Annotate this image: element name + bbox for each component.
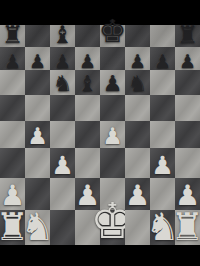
white-pawn[interactable]: ♟ — [51, 154, 73, 178]
square-e1[interactable]: ♚ — [100, 210, 125, 245]
square-e3[interactable] — [100, 148, 125, 178]
white-pawn[interactable]: ♟ — [102, 126, 123, 148]
square-d8[interactable] — [75, 25, 100, 47]
square-a4[interactable] — [0, 121, 25, 148]
black-bishop[interactable]: ♝ — [52, 24, 74, 47]
black-pawn[interactable]: ♟ — [54, 52, 71, 70]
square-c3[interactable]: ♟ — [50, 148, 75, 178]
square-b7[interactable]: ♟ — [25, 47, 50, 70]
square-a3[interactable] — [0, 148, 25, 178]
square-g5[interactable] — [150, 95, 175, 121]
square-c4[interactable] — [50, 121, 75, 148]
square-f5[interactable] — [125, 95, 150, 121]
black-rook[interactable]: ♜ — [177, 24, 199, 47]
square-g4[interactable] — [150, 121, 175, 148]
square-h6[interactable] — [175, 70, 200, 95]
square-e8[interactable]: ♚ — [100, 25, 125, 47]
square-a8[interactable]: ♜ — [0, 25, 25, 47]
square-b4[interactable]: ♟ — [25, 121, 50, 148]
black-rook[interactable]: ♜ — [2, 24, 24, 47]
black-pawn[interactable]: ♟ — [4, 52, 21, 70]
square-g8[interactable] — [150, 25, 175, 47]
square-c7[interactable]: ♟ — [50, 47, 75, 70]
square-e6[interactable]: ♟ — [100, 70, 125, 95]
square-f6[interactable]: ♞ — [125, 70, 150, 95]
black-pawn[interactable]: ♟ — [129, 52, 146, 70]
square-a5[interactable] — [0, 95, 25, 121]
black-pawn[interactable]: ♟ — [179, 52, 196, 70]
square-f8[interactable] — [125, 25, 150, 47]
black-knight[interactable]: ♞ — [53, 74, 73, 95]
square-f3[interactable] — [125, 148, 150, 178]
square-h8[interactable]: ♜ — [175, 25, 200, 47]
square-f7[interactable]: ♟ — [125, 47, 150, 70]
chess-board: ♜♝♚♜♟♟♟♟♟♟♟♞♝♟♞♟♟♟♟♟♟♟♟♜♞♚♞♜ — [0, 25, 200, 245]
square-d7[interactable]: ♟ — [75, 47, 100, 70]
white-pawn[interactable]: ♟ — [27, 126, 48, 148]
square-h5[interactable] — [175, 95, 200, 121]
square-c5[interactable] — [50, 95, 75, 121]
square-h4[interactable] — [175, 121, 200, 148]
square-h1[interactable]: ♜ — [175, 210, 200, 245]
square-a6[interactable] — [0, 70, 25, 95]
black-pawn[interactable]: ♟ — [79, 52, 96, 70]
square-e5[interactable] — [100, 95, 125, 121]
square-g3[interactable]: ♟ — [150, 148, 175, 178]
square-d3[interactable] — [75, 148, 100, 178]
square-a7[interactable]: ♟ — [0, 47, 25, 70]
square-c6[interactable]: ♞ — [50, 70, 75, 95]
black-bishop[interactable]: ♝ — [78, 74, 98, 95]
square-e7[interactable] — [100, 47, 125, 70]
white-rook[interactable]: ♜ — [170, 209, 200, 245]
square-d5[interactable] — [75, 95, 100, 121]
square-b6[interactable] — [25, 70, 50, 95]
chess-app-screen: ♜♝♚♜♟♟♟♟♟♟♟♞♝♟♞♟♟♟♟♟♟♟♟♜♞♚♞♜ — [0, 0, 200, 266]
square-b8[interactable] — [25, 25, 50, 47]
square-d6[interactable]: ♝ — [75, 70, 100, 95]
square-b5[interactable] — [25, 95, 50, 121]
black-pawn[interactable]: ♟ — [103, 74, 123, 95]
black-pawn[interactable]: ♟ — [29, 52, 46, 70]
black-king[interactable]: ♚ — [99, 17, 127, 47]
square-g6[interactable] — [150, 70, 175, 95]
square-d4[interactable] — [75, 121, 100, 148]
square-h3[interactable] — [175, 148, 200, 178]
square-b3[interactable] — [25, 148, 50, 178]
square-e4[interactable]: ♟ — [100, 121, 125, 148]
square-g7[interactable]: ♟ — [150, 47, 175, 70]
square-h7[interactable]: ♟ — [175, 47, 200, 70]
black-pawn[interactable]: ♟ — [154, 52, 171, 70]
square-c1[interactable] — [50, 210, 75, 245]
white-pawn[interactable]: ♟ — [151, 154, 173, 178]
square-b1[interactable]: ♞ — [25, 210, 50, 245]
square-f4[interactable] — [125, 121, 150, 148]
square-c8[interactable]: ♝ — [50, 25, 75, 47]
black-knight[interactable]: ♞ — [128, 74, 148, 95]
